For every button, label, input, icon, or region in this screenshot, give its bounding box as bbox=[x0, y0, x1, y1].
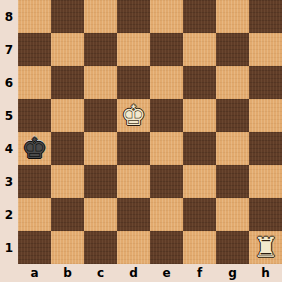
square-d5[interactable]: ♚ bbox=[117, 99, 150, 132]
square-e2[interactable] bbox=[150, 198, 183, 231]
square-e8[interactable] bbox=[150, 0, 183, 33]
square-d7[interactable] bbox=[117, 33, 150, 66]
rank-label-4: 4 bbox=[0, 132, 18, 165]
square-e1[interactable] bbox=[150, 231, 183, 264]
square-b1[interactable] bbox=[51, 231, 84, 264]
chess-board: ♚♚♜ bbox=[18, 0, 282, 264]
piece-white-rook[interactable]: ♜ bbox=[253, 231, 278, 264]
square-a1[interactable] bbox=[18, 231, 51, 264]
rank-labels-column: 87654321 bbox=[0, 0, 18, 264]
file-label-e: e bbox=[150, 264, 183, 282]
piece-black-king[interactable]: ♚ bbox=[22, 132, 47, 165]
square-a3[interactable] bbox=[18, 165, 51, 198]
square-g7[interactable] bbox=[216, 33, 249, 66]
square-d3[interactable] bbox=[117, 165, 150, 198]
square-a8[interactable] bbox=[18, 0, 51, 33]
square-d8[interactable] bbox=[117, 0, 150, 33]
square-c8[interactable] bbox=[84, 0, 117, 33]
square-d2[interactable] bbox=[117, 198, 150, 231]
square-g4[interactable] bbox=[216, 132, 249, 165]
rank-label-8: 8 bbox=[0, 0, 18, 33]
chess-board-window: 87654321 ♚♚♜ abcdefgh bbox=[0, 0, 282, 282]
rank-label-5: 5 bbox=[0, 99, 18, 132]
square-e5[interactable] bbox=[150, 99, 183, 132]
file-label-g: g bbox=[216, 264, 249, 282]
square-h5[interactable] bbox=[249, 99, 282, 132]
square-b8[interactable] bbox=[51, 0, 84, 33]
square-e3[interactable] bbox=[150, 165, 183, 198]
square-g3[interactable] bbox=[216, 165, 249, 198]
square-e6[interactable] bbox=[150, 66, 183, 99]
square-d1[interactable] bbox=[117, 231, 150, 264]
square-b5[interactable] bbox=[51, 99, 84, 132]
square-h7[interactable] bbox=[249, 33, 282, 66]
square-c4[interactable] bbox=[84, 132, 117, 165]
square-e7[interactable] bbox=[150, 33, 183, 66]
square-e4[interactable] bbox=[150, 132, 183, 165]
file-label-b: b bbox=[51, 264, 84, 282]
square-d4[interactable] bbox=[117, 132, 150, 165]
file-label-c: c bbox=[84, 264, 117, 282]
square-f2[interactable] bbox=[183, 198, 216, 231]
rank-label-3: 3 bbox=[0, 165, 18, 198]
square-c3[interactable] bbox=[84, 165, 117, 198]
square-a2[interactable] bbox=[18, 198, 51, 231]
square-b2[interactable] bbox=[51, 198, 84, 231]
square-f7[interactable] bbox=[183, 33, 216, 66]
rank-label-6: 6 bbox=[0, 66, 18, 99]
file-label-d: d bbox=[117, 264, 150, 282]
square-b7[interactable] bbox=[51, 33, 84, 66]
file-labels-row: abcdefgh bbox=[18, 264, 282, 282]
file-label-a: a bbox=[18, 264, 51, 282]
square-h2[interactable] bbox=[249, 198, 282, 231]
square-f3[interactable] bbox=[183, 165, 216, 198]
square-a6[interactable] bbox=[18, 66, 51, 99]
square-c7[interactable] bbox=[84, 33, 117, 66]
square-h8[interactable] bbox=[249, 0, 282, 33]
square-f5[interactable] bbox=[183, 99, 216, 132]
square-g6[interactable] bbox=[216, 66, 249, 99]
square-a5[interactable] bbox=[18, 99, 51, 132]
rank-label-7: 7 bbox=[0, 33, 18, 66]
square-f4[interactable] bbox=[183, 132, 216, 165]
square-f1[interactable] bbox=[183, 231, 216, 264]
square-c2[interactable] bbox=[84, 198, 117, 231]
square-f6[interactable] bbox=[183, 66, 216, 99]
square-c6[interactable] bbox=[84, 66, 117, 99]
square-g8[interactable] bbox=[216, 0, 249, 33]
square-d6[interactable] bbox=[117, 66, 150, 99]
square-g2[interactable] bbox=[216, 198, 249, 231]
square-g1[interactable] bbox=[216, 231, 249, 264]
square-h6[interactable] bbox=[249, 66, 282, 99]
square-c1[interactable] bbox=[84, 231, 117, 264]
square-h1[interactable]: ♜ bbox=[249, 231, 282, 264]
square-f8[interactable] bbox=[183, 0, 216, 33]
square-h4[interactable] bbox=[249, 132, 282, 165]
file-label-h: h bbox=[249, 264, 282, 282]
square-b4[interactable] bbox=[51, 132, 84, 165]
square-b6[interactable] bbox=[51, 66, 84, 99]
square-a4[interactable]: ♚ bbox=[18, 132, 51, 165]
square-c5[interactable] bbox=[84, 99, 117, 132]
square-a7[interactable] bbox=[18, 33, 51, 66]
square-h3[interactable] bbox=[249, 165, 282, 198]
rank-label-2: 2 bbox=[0, 198, 18, 231]
square-g5[interactable] bbox=[216, 99, 249, 132]
piece-white-king[interactable]: ♚ bbox=[121, 99, 146, 132]
square-b3[interactable] bbox=[51, 165, 84, 198]
rank-label-1: 1 bbox=[0, 231, 18, 264]
file-label-f: f bbox=[183, 264, 216, 282]
